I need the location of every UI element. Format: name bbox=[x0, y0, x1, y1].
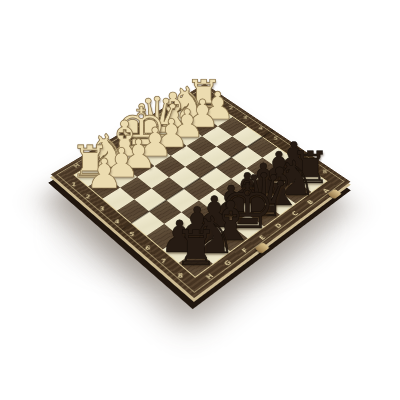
hinge-clasp bbox=[255, 242, 270, 254]
chess-board: 1 2 3 4 5 6 7 8 1 2 3 4 5 6 7 8 A B bbox=[51, 84, 351, 299]
chess-set-photo: 1 2 3 4 5 6 7 8 1 2 3 4 5 6 7 8 A B bbox=[0, 0, 400, 400]
playing-area bbox=[73, 97, 327, 278]
perspective-scene: 1 2 3 4 5 6 7 8 1 2 3 4 5 6 7 8 A B bbox=[0, 0, 400, 400]
hinge-clasp bbox=[327, 189, 341, 199]
